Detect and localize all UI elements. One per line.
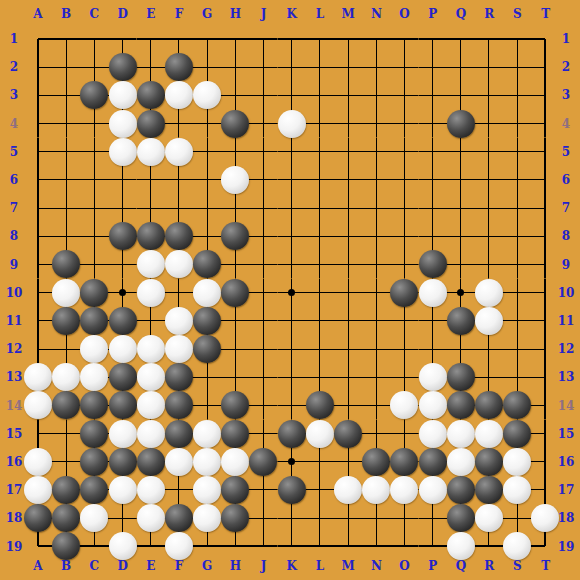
- intersection[interactable]: [24, 81, 52, 109]
- intersection[interactable]: [165, 194, 193, 222]
- intersection[interactable]: [108, 476, 136, 504]
- intersection[interactable]: [503, 363, 531, 391]
- intersection[interactable]: [108, 53, 136, 81]
- intersection[interactable]: [108, 222, 136, 250]
- intersection[interactable]: [447, 25, 475, 53]
- intersection[interactable]: [447, 307, 475, 335]
- intersection[interactable]: [475, 335, 503, 363]
- intersection[interactable]: [419, 448, 447, 476]
- intersection[interactable]: [334, 25, 362, 53]
- intersection[interactable]: [52, 109, 80, 137]
- intersection[interactable]: [362, 335, 390, 363]
- intersection[interactable]: [165, 391, 193, 419]
- intersection[interactable]: [390, 279, 418, 307]
- intersection[interactable]: [249, 420, 277, 448]
- intersection[interactable]: [503, 335, 531, 363]
- intersection[interactable]: [108, 363, 136, 391]
- intersection[interactable]: [52, 476, 80, 504]
- intersection[interactable]: [362, 391, 390, 419]
- intersection[interactable]: [52, 53, 80, 81]
- intersection[interactable]: [334, 391, 362, 419]
- intersection[interactable]: [80, 138, 108, 166]
- intersection[interactable]: [390, 532, 418, 560]
- intersection[interactable]: [334, 476, 362, 504]
- intersection[interactable]: [531, 166, 559, 194]
- intersection[interactable]: [52, 532, 80, 560]
- intersection[interactable]: [447, 109, 475, 137]
- intersection[interactable]: [362, 81, 390, 109]
- intersection[interactable]: [447, 448, 475, 476]
- intersection[interactable]: [390, 476, 418, 504]
- intersection[interactable]: [503, 138, 531, 166]
- intersection[interactable]: [221, 504, 249, 532]
- intersection[interactable]: [503, 194, 531, 222]
- intersection[interactable]: [419, 25, 447, 53]
- intersection[interactable]: [221, 279, 249, 307]
- intersection[interactable]: [475, 81, 503, 109]
- intersection[interactable]: [419, 279, 447, 307]
- intersection[interactable]: [447, 53, 475, 81]
- intersection[interactable]: [390, 504, 418, 532]
- intersection[interactable]: [24, 391, 52, 419]
- intersection[interactable]: [362, 504, 390, 532]
- intersection[interactable]: [165, 279, 193, 307]
- intersection[interactable]: [137, 363, 165, 391]
- intersection[interactable]: [390, 25, 418, 53]
- intersection[interactable]: [334, 250, 362, 278]
- intersection[interactable]: [52, 222, 80, 250]
- intersection[interactable]: [137, 166, 165, 194]
- intersection[interactable]: [165, 138, 193, 166]
- intersection[interactable]: [306, 138, 334, 166]
- intersection[interactable]: [108, 25, 136, 53]
- intersection[interactable]: [24, 476, 52, 504]
- intersection[interactable]: [419, 476, 447, 504]
- intersection[interactable]: [24, 25, 52, 53]
- intersection[interactable]: [52, 448, 80, 476]
- intersection[interactable]: [306, 335, 334, 363]
- intersection[interactable]: [108, 307, 136, 335]
- intersection[interactable]: [447, 476, 475, 504]
- intersection[interactable]: [306, 391, 334, 419]
- intersection[interactable]: [447, 250, 475, 278]
- intersection[interactable]: [108, 250, 136, 278]
- intersection[interactable]: [221, 335, 249, 363]
- intersection[interactable]: [278, 250, 306, 278]
- intersection[interactable]: [193, 222, 221, 250]
- intersection[interactable]: [362, 420, 390, 448]
- intersection[interactable]: [475, 250, 503, 278]
- intersection[interactable]: [531, 307, 559, 335]
- intersection[interactable]: [531, 279, 559, 307]
- intersection[interactable]: [137, 53, 165, 81]
- intersection[interactable]: [503, 222, 531, 250]
- intersection[interactable]: [108, 448, 136, 476]
- intersection[interactable]: [306, 504, 334, 532]
- intersection[interactable]: [193, 279, 221, 307]
- intersection[interactable]: [306, 53, 334, 81]
- intersection[interactable]: [249, 166, 277, 194]
- intersection[interactable]: [419, 138, 447, 166]
- intersection[interactable]: [334, 307, 362, 335]
- intersection[interactable]: [475, 53, 503, 81]
- intersection[interactable]: [52, 138, 80, 166]
- intersection[interactable]: [249, 532, 277, 560]
- intersection[interactable]: [475, 532, 503, 560]
- intersection[interactable]: [306, 363, 334, 391]
- intersection[interactable]: [278, 81, 306, 109]
- intersection[interactable]: [80, 194, 108, 222]
- intersection[interactable]: [108, 532, 136, 560]
- intersection[interactable]: [221, 109, 249, 137]
- intersection[interactable]: [80, 250, 108, 278]
- intersection[interactable]: [193, 448, 221, 476]
- intersection[interactable]: [447, 420, 475, 448]
- intersection[interactable]: [531, 25, 559, 53]
- intersection[interactable]: [447, 363, 475, 391]
- intersection[interactable]: [475, 166, 503, 194]
- intersection[interactable]: [108, 504, 136, 532]
- intersection[interactable]: [390, 391, 418, 419]
- intersection[interactable]: [362, 476, 390, 504]
- intersection[interactable]: [193, 504, 221, 532]
- intersection[interactable]: [24, 166, 52, 194]
- intersection[interactable]: [165, 81, 193, 109]
- intersection[interactable]: [137, 250, 165, 278]
- intersection[interactable]: [419, 391, 447, 419]
- intersection[interactable]: [390, 194, 418, 222]
- intersection[interactable]: [52, 81, 80, 109]
- intersection[interactable]: [221, 25, 249, 53]
- intersection[interactable]: [52, 504, 80, 532]
- intersection[interactable]: [80, 420, 108, 448]
- intersection[interactable]: [193, 420, 221, 448]
- intersection[interactable]: [52, 363, 80, 391]
- intersection[interactable]: [278, 420, 306, 448]
- intersection[interactable]: [249, 307, 277, 335]
- intersection[interactable]: [419, 194, 447, 222]
- intersection[interactable]: [52, 166, 80, 194]
- intersection[interactable]: [193, 532, 221, 560]
- intersection[interactable]: [24, 448, 52, 476]
- intersection[interactable]: [24, 250, 52, 278]
- intersection[interactable]: [278, 109, 306, 137]
- intersection[interactable]: [390, 307, 418, 335]
- intersection[interactable]: [165, 476, 193, 504]
- intersection[interactable]: [475, 138, 503, 166]
- intersection[interactable]: [278, 363, 306, 391]
- intersection[interactable]: [80, 448, 108, 476]
- intersection[interactable]: [137, 476, 165, 504]
- intersection[interactable]: [419, 250, 447, 278]
- intersection[interactable]: [362, 25, 390, 53]
- intersection[interactable]: [419, 335, 447, 363]
- intersection[interactable]: [362, 279, 390, 307]
- intersection[interactable]: [137, 307, 165, 335]
- intersection[interactable]: [137, 532, 165, 560]
- intersection[interactable]: [503, 250, 531, 278]
- intersection[interactable]: [447, 391, 475, 419]
- intersection[interactable]: [419, 81, 447, 109]
- intersection[interactable]: [390, 335, 418, 363]
- intersection[interactable]: [52, 420, 80, 448]
- intersection[interactable]: [278, 504, 306, 532]
- intersection[interactable]: [306, 307, 334, 335]
- intersection[interactable]: [334, 363, 362, 391]
- intersection[interactable]: [249, 250, 277, 278]
- intersection[interactable]: [108, 420, 136, 448]
- intersection[interactable]: [137, 391, 165, 419]
- intersection[interactable]: [475, 504, 503, 532]
- intersection[interactable]: [531, 109, 559, 137]
- intersection[interactable]: [108, 391, 136, 419]
- intersection[interactable]: [249, 138, 277, 166]
- intersection[interactable]: [306, 532, 334, 560]
- intersection[interactable]: [419, 307, 447, 335]
- intersection[interactable]: [503, 53, 531, 81]
- intersection[interactable]: [137, 222, 165, 250]
- intersection[interactable]: [278, 222, 306, 250]
- intersection[interactable]: [362, 138, 390, 166]
- intersection[interactable]: [249, 194, 277, 222]
- intersection[interactable]: [249, 504, 277, 532]
- intersection[interactable]: [249, 25, 277, 53]
- intersection[interactable]: [165, 335, 193, 363]
- intersection[interactable]: [221, 363, 249, 391]
- intersection[interactable]: [278, 335, 306, 363]
- intersection[interactable]: [447, 279, 475, 307]
- intersection[interactable]: [334, 222, 362, 250]
- intersection[interactable]: [278, 448, 306, 476]
- intersection[interactable]: [306, 25, 334, 53]
- intersection[interactable]: [531, 504, 559, 532]
- intersection[interactable]: [334, 448, 362, 476]
- intersection[interactable]: [221, 448, 249, 476]
- intersection[interactable]: [531, 363, 559, 391]
- intersection[interactable]: [137, 448, 165, 476]
- intersection[interactable]: [390, 420, 418, 448]
- intersection[interactable]: [137, 194, 165, 222]
- intersection[interactable]: [165, 363, 193, 391]
- intersection[interactable]: [137, 279, 165, 307]
- intersection[interactable]: [475, 109, 503, 137]
- intersection[interactable]: [475, 222, 503, 250]
- intersection[interactable]: [80, 109, 108, 137]
- intersection[interactable]: [362, 222, 390, 250]
- intersection[interactable]: [447, 532, 475, 560]
- intersection[interactable]: [334, 138, 362, 166]
- intersection[interactable]: [531, 448, 559, 476]
- intersection[interactable]: [137, 420, 165, 448]
- intersection[interactable]: [362, 532, 390, 560]
- intersection[interactable]: [165, 250, 193, 278]
- intersection[interactable]: [334, 53, 362, 81]
- intersection[interactable]: [24, 138, 52, 166]
- intersection[interactable]: [221, 391, 249, 419]
- intersection[interactable]: [503, 166, 531, 194]
- intersection[interactable]: [221, 53, 249, 81]
- intersection[interactable]: [165, 307, 193, 335]
- intersection[interactable]: [221, 476, 249, 504]
- intersection[interactable]: [334, 279, 362, 307]
- intersection[interactable]: [503, 279, 531, 307]
- intersection[interactable]: [419, 109, 447, 137]
- intersection[interactable]: [52, 307, 80, 335]
- intersection[interactable]: [24, 194, 52, 222]
- intersection[interactable]: [390, 363, 418, 391]
- intersection[interactable]: [447, 335, 475, 363]
- intersection[interactable]: [278, 166, 306, 194]
- intersection[interactable]: [193, 335, 221, 363]
- intersection[interactable]: [362, 109, 390, 137]
- intersection[interactable]: [390, 166, 418, 194]
- intersection[interactable]: [24, 307, 52, 335]
- intersection[interactable]: [503, 81, 531, 109]
- intersection[interactable]: [278, 138, 306, 166]
- intersection[interactable]: [390, 250, 418, 278]
- intersection[interactable]: [249, 448, 277, 476]
- intersection[interactable]: [419, 222, 447, 250]
- intersection[interactable]: [221, 420, 249, 448]
- intersection[interactable]: [108, 109, 136, 137]
- intersection[interactable]: [362, 166, 390, 194]
- intersection[interactable]: [419, 532, 447, 560]
- intersection[interactable]: [249, 335, 277, 363]
- intersection[interactable]: [80, 391, 108, 419]
- intersection[interactable]: [108, 335, 136, 363]
- intersection[interactable]: [137, 138, 165, 166]
- intersection[interactable]: [249, 81, 277, 109]
- intersection[interactable]: [24, 363, 52, 391]
- intersection[interactable]: [80, 81, 108, 109]
- intersection[interactable]: [193, 25, 221, 53]
- intersection[interactable]: [475, 476, 503, 504]
- intersection[interactable]: [447, 194, 475, 222]
- intersection[interactable]: [334, 504, 362, 532]
- intersection[interactable]: [24, 504, 52, 532]
- intersection[interactable]: [80, 25, 108, 53]
- intersection[interactable]: [80, 222, 108, 250]
- intersection[interactable]: [531, 53, 559, 81]
- intersection[interactable]: [80, 476, 108, 504]
- intersection[interactable]: [475, 25, 503, 53]
- intersection[interactable]: [24, 420, 52, 448]
- intersection[interactable]: [80, 279, 108, 307]
- intersection[interactable]: [531, 532, 559, 560]
- intersection[interactable]: [24, 532, 52, 560]
- intersection[interactable]: [362, 194, 390, 222]
- intersection[interactable]: [334, 194, 362, 222]
- intersection[interactable]: [108, 279, 136, 307]
- intersection[interactable]: [165, 25, 193, 53]
- intersection[interactable]: [503, 420, 531, 448]
- intersection[interactable]: [193, 476, 221, 504]
- intersection[interactable]: [531, 476, 559, 504]
- intersection[interactable]: [362, 250, 390, 278]
- intersection[interactable]: [278, 279, 306, 307]
- intersection[interactable]: [306, 222, 334, 250]
- intersection[interactable]: [52, 335, 80, 363]
- intersection[interactable]: [334, 532, 362, 560]
- intersection[interactable]: [503, 391, 531, 419]
- intersection[interactable]: [334, 335, 362, 363]
- intersection[interactable]: [475, 307, 503, 335]
- intersection[interactable]: [165, 448, 193, 476]
- intersection[interactable]: [165, 504, 193, 532]
- intersection[interactable]: [306, 420, 334, 448]
- intersection[interactable]: [531, 138, 559, 166]
- intersection[interactable]: [306, 109, 334, 137]
- intersection[interactable]: [165, 53, 193, 81]
- intersection[interactable]: [419, 420, 447, 448]
- intersection[interactable]: [531, 194, 559, 222]
- intersection[interactable]: [137, 335, 165, 363]
- intersection[interactable]: [419, 504, 447, 532]
- intersection[interactable]: [24, 279, 52, 307]
- intersection[interactable]: [390, 81, 418, 109]
- intersection[interactable]: [306, 250, 334, 278]
- intersection[interactable]: [362, 307, 390, 335]
- intersection[interactable]: [221, 532, 249, 560]
- intersection[interactable]: [362, 53, 390, 81]
- intersection[interactable]: [334, 109, 362, 137]
- intersection[interactable]: [137, 109, 165, 137]
- intersection[interactable]: [80, 53, 108, 81]
- intersection[interactable]: [52, 391, 80, 419]
- intersection[interactable]: [362, 363, 390, 391]
- intersection[interactable]: [80, 335, 108, 363]
- intersection[interactable]: [193, 81, 221, 109]
- intersection[interactable]: [108, 194, 136, 222]
- intersection[interactable]: [24, 335, 52, 363]
- intersection[interactable]: [306, 81, 334, 109]
- intersection[interactable]: [447, 81, 475, 109]
- intersection[interactable]: [390, 222, 418, 250]
- intersection[interactable]: [503, 504, 531, 532]
- intersection[interactable]: [80, 307, 108, 335]
- intersection[interactable]: [249, 279, 277, 307]
- intersection[interactable]: [221, 307, 249, 335]
- intersection[interactable]: [278, 391, 306, 419]
- intersection[interactable]: [306, 448, 334, 476]
- intersection[interactable]: [52, 25, 80, 53]
- intersection[interactable]: [108, 81, 136, 109]
- intersection[interactable]: [193, 138, 221, 166]
- intersection[interactable]: [278, 25, 306, 53]
- intersection[interactable]: [24, 109, 52, 137]
- intersection[interactable]: [447, 166, 475, 194]
- intersection[interactable]: [193, 391, 221, 419]
- intersection[interactable]: [221, 138, 249, 166]
- intersection[interactable]: [221, 222, 249, 250]
- intersection[interactable]: [249, 53, 277, 81]
- intersection[interactable]: [278, 307, 306, 335]
- intersection[interactable]: [419, 53, 447, 81]
- intersection[interactable]: [249, 109, 277, 137]
- intersection[interactable]: [193, 109, 221, 137]
- intersection[interactable]: [390, 53, 418, 81]
- intersection[interactable]: [390, 109, 418, 137]
- intersection[interactable]: [306, 166, 334, 194]
- intersection[interactable]: [503, 109, 531, 137]
- intersection[interactable]: [52, 250, 80, 278]
- intersection[interactable]: [193, 166, 221, 194]
- intersection[interactable]: [531, 250, 559, 278]
- intersection[interactable]: [390, 448, 418, 476]
- intersection[interactable]: [306, 194, 334, 222]
- intersection[interactable]: [390, 138, 418, 166]
- intersection[interactable]: [278, 53, 306, 81]
